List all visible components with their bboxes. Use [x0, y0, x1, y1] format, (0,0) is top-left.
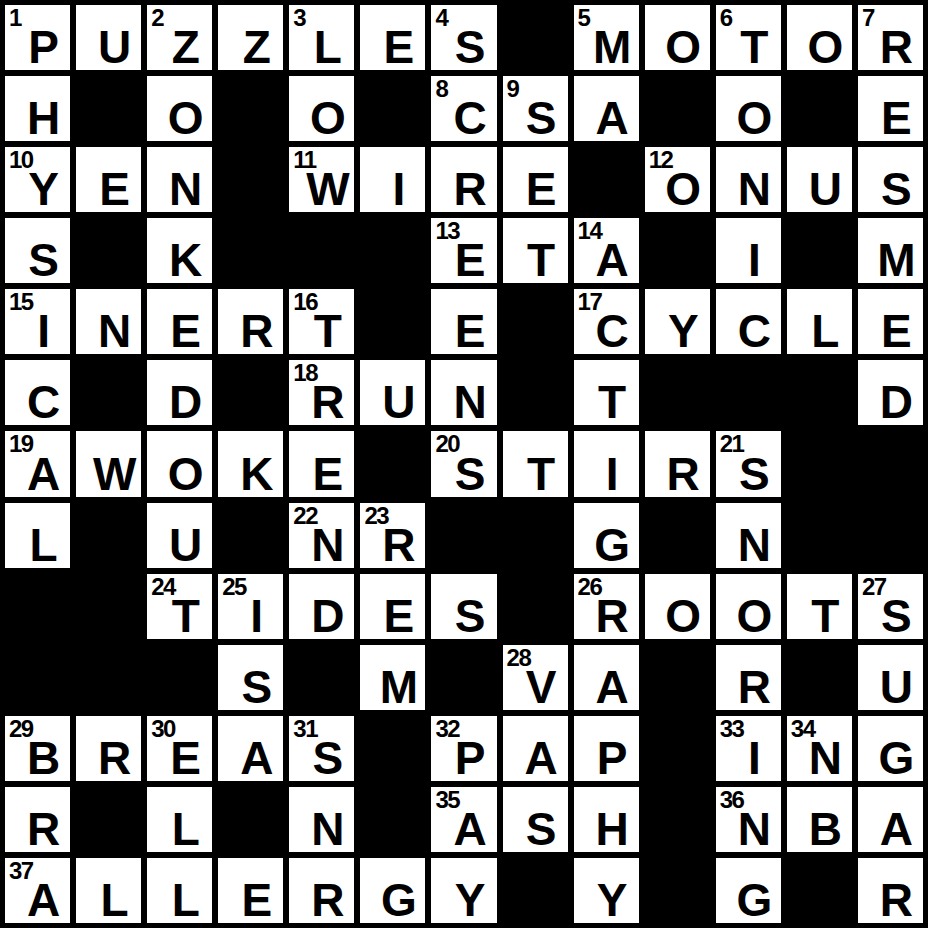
cell-r10c11[interactable]: R [713, 642, 784, 713]
cell-r10c13[interactable]: U [855, 642, 926, 713]
cell-r7c11[interactable]: 21S [713, 428, 784, 499]
cell-letter: V [509, 664, 574, 710]
cell-letter: S [864, 593, 928, 639]
cell-letter: L [82, 877, 147, 923]
cell-r13c8 [500, 855, 571, 926]
cell-letter: O [295, 95, 360, 141]
cell-r4c12 [784, 215, 855, 286]
cell-r11c2[interactable]: R [73, 713, 144, 784]
cell-letter: B [793, 806, 858, 852]
cell-letter: A [11, 877, 76, 923]
cell-r4c10 [642, 215, 713, 286]
cell-letter: N [722, 166, 787, 212]
cell-letter: T [722, 24, 787, 70]
cell-r11c3[interactable]: 30E [144, 713, 215, 784]
cell-letter: A [580, 95, 645, 141]
cell-r7c9[interactable]: I [571, 428, 642, 499]
cell-r8c7 [428, 500, 499, 571]
cell-letter: U [153, 522, 218, 568]
cell-letter: L [295, 24, 360, 70]
cell-r11c8[interactable]: A [500, 713, 571, 784]
cell-letter: L [11, 522, 76, 568]
cell-r2c5[interactable]: O [286, 73, 357, 144]
cell-letter: H [580, 806, 645, 852]
cell-letter: U [366, 379, 431, 425]
cell-r11c1[interactable]: 29B [2, 713, 73, 784]
cell-letter: A [11, 451, 76, 497]
cell-r13c5[interactable]: R [286, 855, 357, 926]
cell-r2c1[interactable]: H [2, 73, 73, 144]
cell-r11c4[interactable]: A [215, 713, 286, 784]
cell-letter: R [864, 877, 928, 923]
cell-letter: Y [11, 166, 76, 212]
cell-r5c8 [500, 286, 571, 357]
cell-r10c3 [144, 642, 215, 713]
cell-r9c4[interactable]: 25I [215, 571, 286, 642]
cell-letter: R [295, 379, 360, 425]
cell-r10c5 [286, 642, 357, 713]
cell-r6c9[interactable]: T [571, 357, 642, 428]
cell-letter: I [722, 735, 787, 781]
cell-r7c13 [855, 428, 926, 499]
cell-r11c6 [357, 713, 428, 784]
cell-r7c5[interactable]: E [286, 428, 357, 499]
cell-r11c9[interactable]: P [571, 713, 642, 784]
cell-letter: U [793, 166, 858, 212]
cell-r5c13[interactable]: E [855, 286, 926, 357]
cell-letter: E [153, 308, 218, 354]
cell-r13c10 [642, 855, 713, 926]
cell-r11c10 [642, 713, 713, 784]
cell-r5c9[interactable]: 17C [571, 286, 642, 357]
cell-letter: I [580, 451, 645, 497]
cell-letter: R [437, 166, 502, 212]
cell-letter: A [509, 735, 574, 781]
cell-r2c13[interactable]: E [855, 73, 926, 144]
cell-r9c9[interactable]: 26R [571, 571, 642, 642]
cell-letter: S [509, 806, 574, 852]
cell-r7c2[interactable]: W [73, 428, 144, 499]
cell-r7c10[interactable]: R [642, 428, 713, 499]
cell-letter: O [793, 24, 858, 70]
cell-r12c9[interactable]: H [571, 784, 642, 855]
cell-letter: A [864, 806, 928, 852]
cell-r11c12[interactable]: 34N [784, 713, 855, 784]
cell-r6c3[interactable]: D [144, 357, 215, 428]
cell-r3c3[interactable]: N [144, 144, 215, 215]
cell-letter: R [722, 664, 787, 710]
cell-r6c11 [713, 357, 784, 428]
cell-r8c4 [215, 500, 286, 571]
cell-r8c11[interactable]: N [713, 500, 784, 571]
cell-r12c12[interactable]: B [784, 784, 855, 855]
cell-letter: Y [437, 877, 502, 923]
cell-letter: D [864, 379, 928, 425]
cell-r12c11[interactable]: 36N [713, 784, 784, 855]
cell-r6c2 [73, 357, 144, 428]
cell-letter: R [580, 593, 645, 639]
cell-letter: R [295, 877, 360, 923]
cell-r4c13[interactable]: M [855, 215, 926, 286]
cell-r2c6 [357, 73, 428, 144]
cell-r6c5[interactable]: 18R [286, 357, 357, 428]
cell-letter: R [11, 806, 76, 852]
cell-r1c13[interactable]: 7R [855, 2, 926, 73]
cell-r5c4[interactable]: R [215, 286, 286, 357]
cell-r2c2 [73, 73, 144, 144]
cell-letter: S [722, 451, 787, 497]
cell-r9c5[interactable]: D [286, 571, 357, 642]
cell-letter: T [509, 237, 574, 283]
cell-r6c7[interactable]: N [428, 357, 499, 428]
cell-r13c7[interactable]: Y [428, 855, 499, 926]
cell-r7c12 [784, 428, 855, 499]
cell-r8c12 [784, 500, 855, 571]
cell-r1c11[interactable]: 6T [713, 2, 784, 73]
cell-r4c4 [215, 215, 286, 286]
cell-letter: N [295, 522, 360, 568]
cell-letter: L [153, 806, 218, 852]
cell-r13c9[interactable]: Y [571, 855, 642, 926]
cell-r9c3[interactable]: 24T [144, 571, 215, 642]
cell-r13c13[interactable]: R [855, 855, 926, 926]
cell-letter: A [437, 806, 502, 852]
cell-letter: E [864, 308, 928, 354]
cell-letter: D [153, 379, 218, 425]
cell-r2c8[interactable]: 9S [500, 73, 571, 144]
cell-r4c5 [286, 215, 357, 286]
cell-letter: O [651, 593, 716, 639]
cell-r6c8 [500, 357, 571, 428]
cell-letter: T [793, 593, 858, 639]
cell-letter: S [437, 593, 502, 639]
cell-r1c10[interactable]: O [642, 2, 713, 73]
cell-r5c10[interactable]: Y [642, 286, 713, 357]
cell-r12c8[interactable]: S [500, 784, 571, 855]
cell-r7c3[interactable]: O [144, 428, 215, 499]
cell-letter: R [82, 735, 147, 781]
cell-letter: N [722, 522, 787, 568]
cell-r12c7[interactable]: 35A [428, 784, 499, 855]
cell-r13c12 [784, 855, 855, 926]
cell-r5c5[interactable]: 16T [286, 286, 357, 357]
cell-letter: E [153, 735, 218, 781]
cell-letter: Z [153, 24, 218, 70]
cell-letter: T [153, 593, 218, 639]
cell-r7c7[interactable]: 20S [428, 428, 499, 499]
cell-letter: S [437, 24, 502, 70]
cell-r4c3[interactable]: K [144, 215, 215, 286]
cell-r4c9[interactable]: 14A [571, 215, 642, 286]
cell-r13c3[interactable]: L [144, 855, 215, 926]
cell-letter: Y [651, 308, 716, 354]
cell-letter: E [224, 877, 289, 923]
cell-r13c2[interactable]: L [73, 855, 144, 926]
cell-r5c12[interactable]: L [784, 286, 855, 357]
cell-r4c8[interactable]: T [500, 215, 571, 286]
cell-letter: N [82, 308, 147, 354]
cell-r6c12 [784, 357, 855, 428]
cell-letter: K [153, 237, 218, 283]
cell-r2c12 [784, 73, 855, 144]
cell-r3c1[interactable]: 10Y [2, 144, 73, 215]
cell-letter: N [437, 379, 502, 425]
cell-r10c1 [2, 642, 73, 713]
cell-r1c6[interactable]: E [357, 2, 428, 73]
cell-letter: G [580, 522, 645, 568]
cell-letter: C [11, 379, 76, 425]
cell-letter: E [366, 593, 431, 639]
cell-r13c6[interactable]: G [357, 855, 428, 926]
cell-r5c6 [357, 286, 428, 357]
cell-letter: G [366, 877, 431, 923]
cell-r1c5[interactable]: 3L [286, 2, 357, 73]
cell-letter: P [437, 735, 502, 781]
cell-letter: O [153, 451, 218, 497]
cell-r3c13[interactable]: S [855, 144, 926, 215]
cell-r1c8 [500, 2, 571, 73]
cell-r12c5[interactable]: N [286, 784, 357, 855]
cell-letter: S [864, 166, 928, 212]
cell-r12c13[interactable]: A [855, 784, 926, 855]
cell-letter: P [580, 735, 645, 781]
cell-r13c4[interactable]: E [215, 855, 286, 926]
cell-letter: G [864, 735, 928, 781]
cell-letter: S [224, 664, 289, 710]
cell-r3c8[interactable]: E [500, 144, 571, 215]
cell-r1c12[interactable]: O [784, 2, 855, 73]
cell-r1c7[interactable]: 4S [428, 2, 499, 73]
cell-letter: I [224, 593, 289, 639]
cell-r4c6 [357, 215, 428, 286]
cell-r9c8 [500, 571, 571, 642]
cell-letter: L [793, 308, 858, 354]
cell-letter: B [11, 735, 76, 781]
cell-r2c7[interactable]: 8C [428, 73, 499, 144]
cell-r3c7[interactable]: R [428, 144, 499, 215]
cell-letter: I [11, 308, 76, 354]
cell-r2c3[interactable]: O [144, 73, 215, 144]
cell-r4c7[interactable]: 13E [428, 215, 499, 286]
cell-r11c11[interactable]: 33I [713, 713, 784, 784]
cell-letter: I [722, 237, 787, 283]
cell-r9c11[interactable]: O [713, 571, 784, 642]
cell-letter: C [437, 95, 502, 141]
cell-r13c11[interactable]: G [713, 855, 784, 926]
cell-letter: M [864, 237, 928, 283]
cell-r7c6 [357, 428, 428, 499]
cell-r8c8 [500, 500, 571, 571]
cell-r3c9 [571, 144, 642, 215]
cell-letter: R [224, 308, 289, 354]
cell-r3c12[interactable]: U [784, 144, 855, 215]
cell-r8c3[interactable]: U [144, 500, 215, 571]
crossword-grid: 1PU2ZZ3LE4S5MO6TO7RHOO8C9SAOE10YEN11WIRE… [0, 0, 928, 928]
cell-r12c4 [215, 784, 286, 855]
cell-letter: A [580, 237, 645, 283]
cell-r5c1[interactable]: 15I [2, 286, 73, 357]
cell-r13c1[interactable]: 37A [2, 855, 73, 926]
cell-r9c1 [2, 571, 73, 642]
cell-letter: R [651, 451, 716, 497]
cell-r3c5[interactable]: 11W [286, 144, 357, 215]
cell-letter: O [722, 95, 787, 141]
cell-letter: N [722, 806, 787, 852]
cell-r1c3[interactable]: 2Z [144, 2, 215, 73]
cell-letter: U [864, 664, 928, 710]
cell-letter: P [11, 24, 76, 70]
cell-r6c1[interactable]: C [2, 357, 73, 428]
cell-letter: N [793, 735, 858, 781]
cell-letter: O [153, 95, 218, 141]
cell-r12c3[interactable]: L [144, 784, 215, 855]
cell-r8c1[interactable]: L [2, 500, 73, 571]
cell-letter: O [651, 166, 716, 212]
cell-r5c3[interactable]: E [144, 286, 215, 357]
cell-r9c7[interactable]: S [428, 571, 499, 642]
cell-r6c13[interactable]: D [855, 357, 926, 428]
cell-r3c4 [215, 144, 286, 215]
cell-r9c13[interactable]: 27S [855, 571, 926, 642]
cell-r8c9[interactable]: G [571, 500, 642, 571]
cell-r10c10 [642, 642, 713, 713]
cell-letter: O [722, 593, 787, 639]
cell-letter: M [366, 664, 431, 710]
cell-r7c8[interactable]: T [500, 428, 571, 499]
cell-r2c11[interactable]: O [713, 73, 784, 144]
cell-letter: Z [224, 24, 289, 70]
cell-letter: E [82, 166, 147, 212]
cell-letter: T [580, 379, 645, 425]
cell-r9c10[interactable]: O [642, 571, 713, 642]
cell-r1c2[interactable]: U [73, 2, 144, 73]
cell-letter: W [295, 166, 360, 212]
cell-letter: A [580, 664, 645, 710]
cell-r5c2[interactable]: N [73, 286, 144, 357]
cell-letter: H [11, 95, 76, 141]
cell-letter: K [224, 451, 289, 497]
cell-letter: S [295, 735, 360, 781]
cell-r2c4 [215, 73, 286, 144]
cell-r10c8[interactable]: 28V [500, 642, 571, 713]
cell-letter: G [722, 877, 787, 923]
cell-letter: C [580, 308, 645, 354]
cell-r12c6 [357, 784, 428, 855]
cell-r6c4 [215, 357, 286, 428]
cell-r6c6[interactable]: U [357, 357, 428, 428]
cell-r10c4[interactable]: S [215, 642, 286, 713]
cell-letter: E [295, 451, 360, 497]
cell-r5c7[interactable]: E [428, 286, 499, 357]
cell-letter: M [580, 24, 645, 70]
cell-r8c2 [73, 500, 144, 571]
cell-r9c2 [73, 571, 144, 642]
cell-r8c5[interactable]: 22N [286, 500, 357, 571]
cell-letter: S [509, 95, 574, 141]
cell-letter: D [295, 593, 360, 639]
cell-letter: O [651, 24, 716, 70]
cell-letter: S [11, 237, 76, 283]
cell-r11c5[interactable]: 31S [286, 713, 357, 784]
cell-r4c11[interactable]: I [713, 215, 784, 286]
cell-r12c1[interactable]: R [2, 784, 73, 855]
cell-letter: T [295, 308, 360, 354]
cell-letter: N [153, 166, 218, 212]
cell-r3c2[interactable]: E [73, 144, 144, 215]
cell-r11c7[interactable]: 32P [428, 713, 499, 784]
cell-r10c6[interactable]: M [357, 642, 428, 713]
cell-r4c1[interactable]: S [2, 215, 73, 286]
cell-r10c9[interactable]: A [571, 642, 642, 713]
cell-letter: A [224, 735, 289, 781]
cell-r2c9[interactable]: A [571, 73, 642, 144]
cell-letter: T [509, 451, 574, 497]
cell-r1c1[interactable]: 1P [2, 2, 73, 73]
cell-r11c13[interactable]: G [855, 713, 926, 784]
cell-letter: I [366, 166, 431, 212]
cell-letter: C [722, 308, 787, 354]
cell-r3c10[interactable]: 12O [642, 144, 713, 215]
cell-letter: E [437, 308, 502, 354]
cell-r12c10 [642, 784, 713, 855]
cell-r6c10 [642, 357, 713, 428]
cell-letter: S [437, 451, 502, 497]
cell-r5c11[interactable]: C [713, 286, 784, 357]
cell-r1c9[interactable]: 5M [571, 2, 642, 73]
cell-r9c6[interactable]: E [357, 571, 428, 642]
cell-r8c10 [642, 500, 713, 571]
cell-r3c6[interactable]: I [357, 144, 428, 215]
cell-r4c2 [73, 215, 144, 286]
cell-letter: E [509, 166, 574, 212]
cell-letter: L [153, 877, 218, 923]
cell-letter: U [82, 24, 147, 70]
cell-r9c12[interactable]: T [784, 571, 855, 642]
cell-r2c10 [642, 73, 713, 144]
cell-r8c13 [855, 500, 926, 571]
cell-letter: E [437, 237, 502, 283]
cell-r3c11[interactable]: N [713, 144, 784, 215]
cell-r7c1[interactable]: 19A [2, 428, 73, 499]
cell-r12c2 [73, 784, 144, 855]
cell-r10c7 [428, 642, 499, 713]
cell-r10c2 [73, 642, 144, 713]
cell-letter: R [366, 522, 431, 568]
cell-letter: R [864, 24, 928, 70]
cell-letter: E [864, 95, 928, 141]
cell-letter: E [366, 24, 431, 70]
cell-r8c6[interactable]: 23R [357, 500, 428, 571]
cell-r10c12 [784, 642, 855, 713]
cell-letter: W [82, 451, 147, 497]
cell-r1c4[interactable]: Z [215, 2, 286, 73]
cell-r7c4[interactable]: K [215, 428, 286, 499]
cell-letter: Y [580, 877, 645, 923]
cell-letter: N [295, 806, 360, 852]
